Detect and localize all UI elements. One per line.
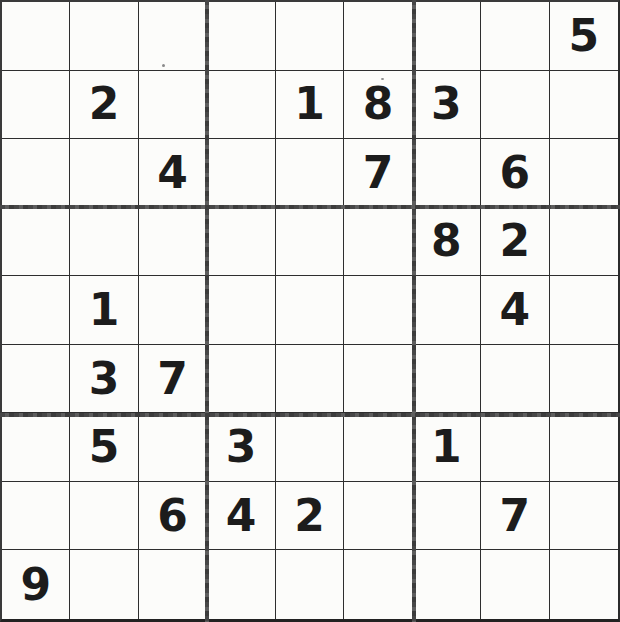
- cell-r8c8[interactable]: 7: [481, 482, 549, 551]
- cell-r6c3[interactable]: 7: [139, 345, 207, 414]
- cell-r3c7[interactable]: [413, 139, 481, 208]
- cell-r9c3[interactable]: [139, 550, 207, 619]
- cell-r5c8[interactable]: 4: [481, 276, 549, 345]
- cell-r6c1[interactable]: [2, 345, 70, 414]
- cell-r5c5[interactable]: [276, 276, 344, 345]
- cell-r7c1[interactable]: [2, 413, 70, 482]
- cell-r6c4[interactable]: [207, 345, 275, 414]
- cell-r2c8[interactable]: [481, 71, 549, 140]
- cell-r7c3[interactable]: [139, 413, 207, 482]
- cell-r8c6[interactable]: [344, 482, 412, 551]
- cell-r3c3[interactable]: 4: [139, 139, 207, 208]
- cell-r2c2[interactable]: 2: [70, 71, 138, 140]
- cell-r2c9[interactable]: [550, 71, 618, 140]
- cell-r4c5[interactable]: [276, 208, 344, 277]
- cell-r1c7[interactable]: [413, 2, 481, 71]
- cell-r6c2[interactable]: 3: [70, 345, 138, 414]
- cell-r4c3[interactable]: [139, 208, 207, 277]
- cell-r3c1[interactable]: [2, 139, 70, 208]
- cell-r6c6[interactable]: [344, 345, 412, 414]
- cell-r3c9[interactable]: [550, 139, 618, 208]
- cell-r5c6[interactable]: [344, 276, 412, 345]
- cell-r1c8[interactable]: [481, 2, 549, 71]
- cell-r8c3[interactable]: 6: [139, 482, 207, 551]
- cell-r5c4[interactable]: [207, 276, 275, 345]
- cell-r2c6[interactable]: 8: [344, 71, 412, 140]
- cell-r9c6[interactable]: [344, 550, 412, 619]
- cell-r9c9[interactable]: [550, 550, 618, 619]
- cell-r8c9[interactable]: [550, 482, 618, 551]
- sudoku-puzzle: 5218347682143753164279: [0, 0, 620, 622]
- cell-r3c4[interactable]: [207, 139, 275, 208]
- cell-r7c5[interactable]: [276, 413, 344, 482]
- cell-r4c4[interactable]: [207, 208, 275, 277]
- cell-r9c5[interactable]: [276, 550, 344, 619]
- cell-r8c5[interactable]: 2: [276, 482, 344, 551]
- cell-r9c7[interactable]: [413, 550, 481, 619]
- sudoku-board: 5218347682143753164279: [0, 0, 620, 622]
- cell-r5c3[interactable]: [139, 276, 207, 345]
- cell-r2c3[interactable]: [139, 71, 207, 140]
- cell-r3c6[interactable]: 7: [344, 139, 412, 208]
- cell-r9c2[interactable]: [70, 550, 138, 619]
- cell-r2c5[interactable]: 1: [276, 71, 344, 140]
- cell-r2c4[interactable]: [207, 71, 275, 140]
- cell-r3c2[interactable]: [70, 139, 138, 208]
- cell-r7c6[interactable]: [344, 413, 412, 482]
- cell-r6c8[interactable]: [481, 345, 549, 414]
- cell-r2c7[interactable]: 3: [413, 71, 481, 140]
- cell-r1c3[interactable]: [139, 2, 207, 71]
- cell-r1c5[interactable]: [276, 2, 344, 71]
- cell-r5c9[interactable]: [550, 276, 618, 345]
- cell-r6c5[interactable]: [276, 345, 344, 414]
- cell-r6c7[interactable]: [413, 345, 481, 414]
- cell-r4c2[interactable]: [70, 208, 138, 277]
- cell-r3c8[interactable]: 6: [481, 139, 549, 208]
- cell-r7c2[interactable]: 5: [70, 413, 138, 482]
- cell-r9c4[interactable]: [207, 550, 275, 619]
- cell-r1c9[interactable]: 5: [550, 2, 618, 71]
- cell-r4c8[interactable]: 2: [481, 208, 549, 277]
- cell-r5c7[interactable]: [413, 276, 481, 345]
- cell-r4c9[interactable]: [550, 208, 618, 277]
- cell-r4c6[interactable]: [344, 208, 412, 277]
- cell-r9c1[interactable]: 9: [2, 550, 70, 619]
- cell-r7c4[interactable]: 3: [207, 413, 275, 482]
- cell-r8c7[interactable]: [413, 482, 481, 551]
- cell-r4c7[interactable]: 8: [413, 208, 481, 277]
- cell-r5c1[interactable]: [2, 276, 70, 345]
- cell-r1c6[interactable]: [344, 2, 412, 71]
- cell-r8c1[interactable]: [2, 482, 70, 551]
- cell-r3c5[interactable]: [276, 139, 344, 208]
- cell-r2c1[interactable]: [2, 71, 70, 140]
- cell-r7c9[interactable]: [550, 413, 618, 482]
- cell-r7c7[interactable]: 1: [413, 413, 481, 482]
- cell-r9c8[interactable]: [481, 550, 549, 619]
- cell-r8c2[interactable]: [70, 482, 138, 551]
- cell-r4c1[interactable]: [2, 208, 70, 277]
- cell-r8c4[interactable]: 4: [207, 482, 275, 551]
- cell-r1c4[interactable]: [207, 2, 275, 71]
- cell-r7c8[interactable]: [481, 413, 549, 482]
- cell-r1c2[interactable]: [70, 2, 138, 71]
- cell-r1c1[interactable]: [2, 2, 70, 71]
- cell-r5c2[interactable]: 1: [70, 276, 138, 345]
- cell-r6c9[interactable]: [550, 345, 618, 414]
